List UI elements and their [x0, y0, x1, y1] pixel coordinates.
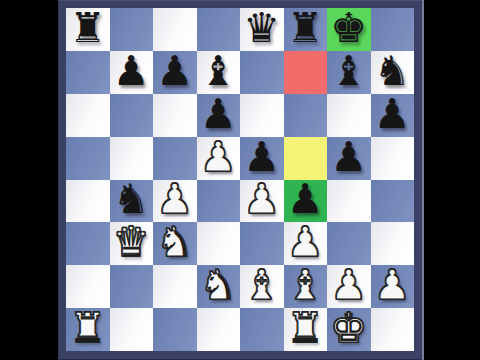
piece-white-pawn[interactable]: ♟	[243, 179, 280, 220]
piece-white-knight[interactable]: ♞	[200, 265, 237, 306]
square-f8[interactable]: ♜	[284, 8, 328, 51]
piece-white-pawn[interactable]: ♟	[156, 179, 193, 220]
square-c7[interactable]: ♟	[153, 51, 197, 94]
square-g8-bright-green-highlight[interactable]: ♚	[327, 8, 371, 51]
square-f4-green-highlight[interactable]: ♟	[284, 180, 328, 223]
square-h8[interactable]	[371, 8, 415, 51]
square-b5[interactable]	[110, 137, 154, 180]
piece-white-bishop[interactable]: ♝	[287, 265, 324, 306]
square-d2[interactable]: ♞	[197, 265, 241, 308]
square-c4[interactable]: ♟	[153, 180, 197, 223]
square-d7[interactable]: ♝	[197, 51, 241, 94]
square-d4[interactable]	[197, 180, 241, 223]
piece-black-rook[interactable]: ♜	[287, 8, 324, 49]
square-b4[interactable]: ♞	[110, 180, 154, 223]
square-g1[interactable]: ♚	[327, 308, 371, 351]
square-b6[interactable]	[110, 94, 154, 137]
square-g3[interactable]	[327, 222, 371, 265]
piece-white-bishop[interactable]: ♝	[243, 265, 280, 306]
square-f2[interactable]: ♝	[284, 265, 328, 308]
piece-black-pawn[interactable]: ♟	[243, 137, 280, 178]
square-a8[interactable]: ♜	[66, 8, 110, 51]
square-h4[interactable]	[371, 180, 415, 223]
square-f1[interactable]: ♜	[284, 308, 328, 351]
square-b1[interactable]	[110, 308, 154, 351]
piece-black-pawn[interactable]: ♟	[113, 51, 150, 92]
square-d5[interactable]: ♟	[197, 137, 241, 180]
square-f5-yellow-highlight[interactable]	[284, 137, 328, 180]
square-e5[interactable]: ♟	[240, 137, 284, 180]
piece-black-knight[interactable]: ♞	[113, 179, 150, 220]
piece-white-rook[interactable]: ♜	[287, 308, 324, 349]
piece-black-pawn[interactable]: ♟	[374, 94, 411, 135]
piece-black-knight[interactable]: ♞	[374, 51, 411, 92]
square-c3[interactable]: ♞	[153, 222, 197, 265]
piece-black-pawn[interactable]: ♟	[156, 51, 193, 92]
square-e2[interactable]: ♝	[240, 265, 284, 308]
square-c5[interactable]	[153, 137, 197, 180]
square-f3[interactable]: ♟	[284, 222, 328, 265]
piece-black-pawn[interactable]: ♟	[287, 179, 324, 220]
piece-black-pawn[interactable]: ♟	[330, 137, 367, 178]
letterbox-right	[424, 0, 480, 360]
square-b8[interactable]	[110, 8, 154, 51]
square-e6[interactable]	[240, 94, 284, 137]
square-e7[interactable]	[240, 51, 284, 94]
square-g4[interactable]	[327, 180, 371, 223]
square-b3[interactable]: ♛	[110, 222, 154, 265]
square-g6[interactable]	[327, 94, 371, 137]
square-b2[interactable]	[110, 265, 154, 308]
square-e4[interactable]: ♟	[240, 180, 284, 223]
square-c1[interactable]	[153, 308, 197, 351]
square-g2[interactable]: ♟	[327, 265, 371, 308]
piece-white-pawn[interactable]: ♟	[330, 265, 367, 306]
square-a4[interactable]	[66, 180, 110, 223]
piece-white-pawn[interactable]: ♟	[200, 137, 237, 178]
piece-black-rook[interactable]: ♜	[69, 8, 106, 49]
piece-white-knight[interactable]: ♞	[156, 222, 193, 263]
square-a6[interactable]	[66, 94, 110, 137]
square-f7-red-highlight[interactable]	[284, 51, 328, 94]
piece-white-queen[interactable]: ♛	[113, 222, 150, 263]
square-h1[interactable]	[371, 308, 415, 351]
square-g5[interactable]: ♟	[327, 137, 371, 180]
square-b7[interactable]: ♟	[110, 51, 154, 94]
square-d8[interactable]	[197, 8, 241, 51]
square-d3[interactable]	[197, 222, 241, 265]
square-a5[interactable]	[66, 137, 110, 180]
piece-black-bishop[interactable]: ♝	[200, 51, 237, 92]
square-a7[interactable]	[66, 51, 110, 94]
piece-white-pawn[interactable]: ♟	[374, 265, 411, 306]
letterbox-left	[0, 0, 58, 360]
square-c2[interactable]	[153, 265, 197, 308]
square-h2[interactable]: ♟	[371, 265, 415, 308]
square-g7[interactable]: ♝	[327, 51, 371, 94]
square-h3[interactable]	[371, 222, 415, 265]
piece-black-queen[interactable]: ♛	[243, 8, 280, 49]
square-a1[interactable]: ♜	[66, 308, 110, 351]
square-e3[interactable]	[240, 222, 284, 265]
square-c8[interactable]	[153, 8, 197, 51]
square-c6[interactable]	[153, 94, 197, 137]
piece-white-pawn[interactable]: ♟	[287, 222, 324, 263]
square-e8[interactable]: ♛	[240, 8, 284, 51]
square-a3[interactable]	[66, 222, 110, 265]
square-d6[interactable]: ♟	[197, 94, 241, 137]
piece-black-king[interactable]: ♚	[330, 8, 367, 49]
piece-white-rook[interactable]: ♜	[69, 308, 106, 349]
square-h6[interactable]: ♟	[371, 94, 415, 137]
piece-black-bishop[interactable]: ♝	[330, 51, 367, 92]
square-e1[interactable]	[240, 308, 284, 351]
chess-board: ♜♛♜♚♟♟♝♝♞♟♟♟♟♟♞♟♟♟♛♞♟♞♝♝♟♟♜♜♚	[66, 8, 414, 351]
piece-white-king[interactable]: ♚	[330, 308, 367, 349]
square-h5[interactable]	[371, 137, 415, 180]
piece-black-pawn[interactable]: ♟	[200, 94, 237, 135]
square-h7[interactable]: ♞	[371, 51, 415, 94]
square-d1[interactable]	[197, 308, 241, 351]
video-frame: ♜♛♜♚♟♟♝♝♞♟♟♟♟♟♞♟♟♟♛♞♟♞♝♝♟♟♜♜♚	[0, 0, 480, 360]
square-f6[interactable]	[284, 94, 328, 137]
square-a2[interactable]	[66, 265, 110, 308]
